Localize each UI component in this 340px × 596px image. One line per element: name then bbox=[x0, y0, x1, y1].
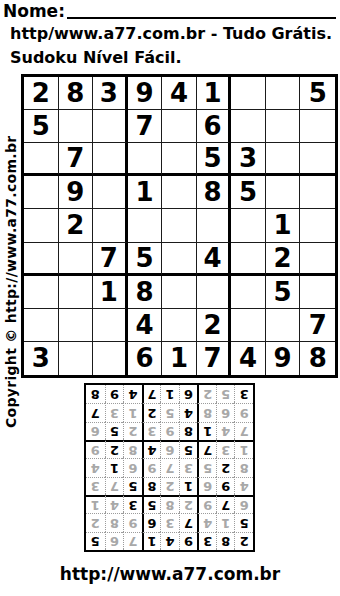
site-header-text: http/www.a77.com.br - Tudo Grátis. bbox=[10, 24, 332, 43]
puzzle-cell bbox=[231, 209, 266, 242]
solution-cell: 6 bbox=[234, 495, 253, 513]
solution-cell: 8 bbox=[86, 385, 105, 403]
puzzle-cell bbox=[162, 209, 197, 242]
solution-cell: 4 bbox=[86, 458, 105, 476]
solution-cell: 5 bbox=[123, 477, 142, 495]
solution-cell: 8 bbox=[179, 422, 198, 440]
solution-cell: 4 bbox=[234, 477, 253, 495]
puzzle-cell: 3 bbox=[24, 342, 59, 375]
puzzle-cell: 9 bbox=[128, 77, 163, 110]
solution-cell: 2 bbox=[234, 532, 253, 550]
puzzle-cell: 8 bbox=[300, 342, 335, 375]
solution-cell: 5 bbox=[216, 385, 235, 403]
puzzle-cell bbox=[300, 276, 335, 309]
solution-cell: 5 bbox=[234, 513, 253, 531]
solution-cell: 1 bbox=[160, 385, 179, 403]
solution-cell: 9 bbox=[123, 513, 142, 531]
puzzle-cell bbox=[59, 110, 94, 143]
solution-cell: 7 bbox=[197, 440, 216, 458]
puzzle-cell bbox=[197, 209, 232, 242]
sudoku-puzzle-grid: 283941557675391852175421854273617498 bbox=[21, 74, 338, 378]
puzzle-cell: 4 bbox=[162, 77, 197, 110]
puzzle-cell bbox=[300, 143, 335, 176]
solution-cell: 7 bbox=[105, 477, 124, 495]
solution-cell: 7 bbox=[123, 532, 142, 550]
solution-cell: 9 bbox=[86, 440, 105, 458]
puzzle-cell bbox=[24, 243, 59, 276]
solution-cell: 9 bbox=[179, 532, 198, 550]
puzzle-cell bbox=[300, 243, 335, 276]
solution-cell: 5 bbox=[86, 532, 105, 550]
solution-cell: 2 bbox=[123, 422, 142, 440]
puzzle-cell: 5 bbox=[231, 176, 266, 209]
puzzle-cell: 1 bbox=[128, 176, 163, 209]
solution-cell: 1 bbox=[105, 458, 124, 476]
puzzle-cell: 5 bbox=[266, 276, 301, 309]
solution-cell: 7 bbox=[142, 385, 161, 403]
puzzle-cell: 6 bbox=[197, 110, 232, 143]
solution-cell: 1 bbox=[179, 477, 198, 495]
solution-cell: 6 bbox=[142, 513, 161, 531]
solution-cell: 3 bbox=[86, 477, 105, 495]
puzzle-cell bbox=[24, 176, 59, 209]
puzzle-cell: 4 bbox=[197, 243, 232, 276]
solution-cell: 3 bbox=[123, 495, 142, 513]
puzzle-cell: 4 bbox=[231, 342, 266, 375]
puzzle-cell bbox=[24, 276, 59, 309]
puzzle-cell: 7 bbox=[197, 342, 232, 375]
puzzle-cell bbox=[59, 243, 94, 276]
solution-cell: 7 bbox=[86, 403, 105, 421]
puzzle-cell: 6 bbox=[128, 342, 163, 375]
solution-cell: 8 bbox=[197, 403, 216, 421]
puzzle-cell bbox=[300, 110, 335, 143]
solution-cell: 2 bbox=[86, 513, 105, 531]
puzzle-cell bbox=[162, 276, 197, 309]
puzzle-cell: 3 bbox=[231, 143, 266, 176]
puzzle-cell bbox=[266, 143, 301, 176]
puzzle-cell bbox=[128, 143, 163, 176]
solution-cell: 5 bbox=[179, 440, 198, 458]
puzzle-cell bbox=[24, 309, 59, 342]
solution-cell: 2 bbox=[142, 403, 161, 421]
solution-cell: 3 bbox=[105, 403, 124, 421]
name-row: Nome: bbox=[3, 1, 336, 21]
puzzle-cell bbox=[162, 176, 197, 209]
puzzle-cell bbox=[162, 143, 197, 176]
puzzle-cell bbox=[93, 342, 128, 375]
solution-cell: 5 bbox=[197, 458, 216, 476]
solution-cell: 6 bbox=[86, 422, 105, 440]
puzzle-cell bbox=[128, 209, 163, 242]
puzzle-cell bbox=[59, 342, 94, 375]
puzzle-cell bbox=[59, 309, 94, 342]
puzzle-cell bbox=[24, 209, 59, 242]
solution-cell: 4 bbox=[197, 513, 216, 531]
puzzle-cell: 9 bbox=[266, 342, 301, 375]
puzzle-cell bbox=[231, 243, 266, 276]
puzzle-cell bbox=[24, 143, 59, 176]
solution-cell: 6 bbox=[123, 458, 142, 476]
puzzle-cell bbox=[93, 110, 128, 143]
solution-cell: 8 bbox=[160, 495, 179, 513]
solution-cell: 6 bbox=[179, 385, 198, 403]
puzzle-cell bbox=[162, 309, 197, 342]
puzzle-cell: 5 bbox=[24, 110, 59, 143]
solution-cell: 3 bbox=[197, 532, 216, 550]
solution-cell: 2 bbox=[179, 495, 198, 513]
puzzle-cell bbox=[93, 176, 128, 209]
solution-cell: 1 bbox=[142, 532, 161, 550]
solution-cell: 8 bbox=[142, 477, 161, 495]
puzzle-cell bbox=[162, 110, 197, 143]
puzzle-cell bbox=[266, 110, 301, 143]
solution-cell: 7 bbox=[179, 513, 198, 531]
solution-cell: 3 bbox=[234, 385, 253, 403]
sudoku-solution-grid-rotated: 2839417655147369826792853414961285738253… bbox=[84, 383, 255, 552]
puzzle-cell: 2 bbox=[266, 243, 301, 276]
solution-cell: 7 bbox=[234, 422, 253, 440]
solution-cell: 3 bbox=[179, 458, 198, 476]
puzzle-cell bbox=[197, 276, 232, 309]
solution-cell: 9 bbox=[234, 403, 253, 421]
puzzle-cell: 7 bbox=[300, 309, 335, 342]
puzzle-cell bbox=[93, 309, 128, 342]
puzzle-cell: 7 bbox=[93, 243, 128, 276]
puzzle-cell: 8 bbox=[197, 176, 232, 209]
solution-cell: 8 bbox=[105, 513, 124, 531]
puzzle-cell: 2 bbox=[59, 209, 94, 242]
solution-cell: 6 bbox=[105, 532, 124, 550]
solution-cell: 9 bbox=[160, 422, 179, 440]
solution-cell: 4 bbox=[216, 422, 235, 440]
solution-cell: 1 bbox=[216, 513, 235, 531]
puzzle-cell: 7 bbox=[59, 143, 94, 176]
solution-cell: 4 bbox=[105, 495, 124, 513]
solution-cell: 3 bbox=[216, 440, 235, 458]
solution-cell: 9 bbox=[216, 477, 235, 495]
solution-cell: 8 bbox=[123, 440, 142, 458]
puzzle-cell: 2 bbox=[197, 309, 232, 342]
puzzle-cell bbox=[231, 309, 266, 342]
solution-cell: 1 bbox=[86, 495, 105, 513]
puzzle-cell bbox=[266, 309, 301, 342]
puzzle-cell: 5 bbox=[197, 143, 232, 176]
name-label: Nome: bbox=[3, 1, 65, 21]
name-underline bbox=[67, 16, 336, 19]
puzzle-cell bbox=[93, 209, 128, 242]
puzzle-cell: 1 bbox=[266, 209, 301, 242]
solution-cell: 9 bbox=[105, 385, 124, 403]
solution-cell: 9 bbox=[197, 495, 216, 513]
solution-cell: 5 bbox=[142, 495, 161, 513]
solution-cell: 4 bbox=[123, 385, 142, 403]
puzzle-cell: 7 bbox=[128, 110, 163, 143]
page-title: Sudoku Nível Fácil. bbox=[10, 48, 182, 67]
puzzle-cell: 5 bbox=[300, 77, 335, 110]
puzzle-cell bbox=[162, 243, 197, 276]
solution-cell: 7 bbox=[160, 458, 179, 476]
puzzle-cell: 2 bbox=[24, 77, 59, 110]
puzzle-cell bbox=[59, 276, 94, 309]
puzzle-cell bbox=[300, 209, 335, 242]
puzzle-cell: 1 bbox=[162, 342, 197, 375]
solution-cell: 2 bbox=[216, 458, 235, 476]
solution-cell: 2 bbox=[197, 385, 216, 403]
puzzle-cell: 1 bbox=[93, 276, 128, 309]
solution-cell: 6 bbox=[160, 440, 179, 458]
puzzle-cell bbox=[266, 77, 301, 110]
solution-cell: 1 bbox=[234, 440, 253, 458]
solution-cell: 9 bbox=[142, 458, 161, 476]
puzzle-cell bbox=[231, 110, 266, 143]
puzzle-cell: 4 bbox=[128, 309, 163, 342]
solution-cell: 1 bbox=[123, 403, 142, 421]
solution-cell: 3 bbox=[142, 422, 161, 440]
footer-url: http://www.a77.com.br bbox=[0, 564, 340, 584]
puzzle-cell: 8 bbox=[59, 77, 94, 110]
solution-cell: 1 bbox=[197, 422, 216, 440]
puzzle-cell: 5 bbox=[128, 243, 163, 276]
solution-cell: 2 bbox=[105, 440, 124, 458]
solution-cell: 4 bbox=[179, 403, 198, 421]
solution-cell: 4 bbox=[142, 440, 161, 458]
solution-cell: 8 bbox=[216, 532, 235, 550]
solution-cell: 6 bbox=[197, 477, 216, 495]
puzzle-cell bbox=[93, 143, 128, 176]
solution-cell: 3 bbox=[160, 513, 179, 531]
solution-cell: 8 bbox=[234, 458, 253, 476]
sudoku-print-page: Nome: http/www.a77.com.br - Tudo Grátis.… bbox=[0, 0, 340, 596]
solution-cell: 7 bbox=[216, 495, 235, 513]
puzzle-cell bbox=[231, 276, 266, 309]
solution-cell: 5 bbox=[105, 422, 124, 440]
puzzle-cell bbox=[300, 176, 335, 209]
solution-cell: 4 bbox=[160, 532, 179, 550]
solution-cell: 5 bbox=[160, 403, 179, 421]
puzzle-cell bbox=[231, 77, 266, 110]
puzzle-cell: 8 bbox=[128, 276, 163, 309]
puzzle-cell bbox=[266, 176, 301, 209]
solution-cell: 2 bbox=[160, 477, 179, 495]
puzzle-cell: 1 bbox=[197, 77, 232, 110]
copyright-vertical-text: Copyright © http://www.a77.com.br bbox=[3, 136, 19, 429]
solution-cell: 6 bbox=[216, 403, 235, 421]
puzzle-cell: 9 bbox=[59, 176, 94, 209]
puzzle-cell: 3 bbox=[93, 77, 128, 110]
